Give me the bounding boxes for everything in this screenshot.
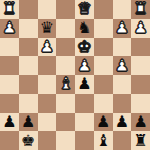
square-f3[interactable] <box>94 94 113 113</box>
square-a6[interactable] <box>0 38 19 57</box>
white-pawn: ♟ <box>77 58 91 74</box>
black-pawn: ♟ <box>96 114 110 130</box>
square-b4[interactable] <box>19 75 38 94</box>
square-b1[interactable]: ♚ <box>19 131 38 150</box>
square-g6[interactable] <box>113 38 132 57</box>
square-f7[interactable] <box>94 19 113 38</box>
square-d3[interactable] <box>56 94 75 113</box>
square-f8[interactable] <box>94 0 113 19</box>
square-f4[interactable] <box>94 75 113 94</box>
square-c3[interactable] <box>38 94 57 113</box>
square-g7[interactable]: ♟ <box>113 19 132 38</box>
square-c1[interactable] <box>38 131 57 150</box>
square-a8[interactable]: ♜ <box>0 0 19 19</box>
square-d1[interactable] <box>56 131 75 150</box>
square-b5[interactable] <box>19 56 38 75</box>
square-d8[interactable] <box>56 0 75 19</box>
black-pawn: ♟ <box>115 114 129 130</box>
black-pawn: ♟ <box>77 76 91 92</box>
square-e3[interactable] <box>75 94 94 113</box>
white-pawn: ♟ <box>115 58 129 74</box>
square-h8[interactable]: ♜ <box>131 0 150 19</box>
square-e8[interactable]: ♛ <box>75 0 94 19</box>
square-h7[interactable]: ♟ <box>131 19 150 38</box>
square-a1[interactable] <box>0 131 19 150</box>
square-a3[interactable] <box>0 94 19 113</box>
square-b3[interactable] <box>19 94 38 113</box>
black-pawn: ♟ <box>133 114 147 130</box>
white-bishop: ♝ <box>58 76 72 92</box>
white-rook: ♜ <box>2 1 16 17</box>
square-h2[interactable]: ♟ <box>131 113 150 132</box>
square-g8[interactable] <box>113 0 132 19</box>
square-c6[interactable]: ♟ <box>38 38 57 57</box>
square-h5[interactable] <box>131 56 150 75</box>
square-b7[interactable] <box>19 19 38 38</box>
black-rook: ♜ <box>133 133 147 149</box>
square-h6[interactable] <box>131 38 150 57</box>
white-pawn: ♟ <box>2 20 16 36</box>
square-c2[interactable] <box>38 113 57 132</box>
square-h4[interactable] <box>131 75 150 94</box>
white-rook: ♜ <box>133 1 147 17</box>
square-g4[interactable] <box>113 75 132 94</box>
square-a5[interactable] <box>0 56 19 75</box>
square-f1[interactable]: ♝ <box>94 131 113 150</box>
square-h1[interactable]: ♜ <box>131 131 150 150</box>
square-d2[interactable] <box>56 113 75 132</box>
square-d6[interactable] <box>56 38 75 57</box>
black-pawn: ♟ <box>21 114 35 130</box>
square-d5[interactable] <box>56 56 75 75</box>
black-bishop: ♝ <box>96 133 110 149</box>
square-e6[interactable]: ♚ <box>75 38 94 57</box>
square-a7[interactable]: ♟ <box>0 19 19 38</box>
square-f5[interactable] <box>94 56 113 75</box>
square-d7[interactable] <box>56 19 75 38</box>
chess-board: ♜♛♜♟♛♞♟♟♟♚♟♟♝♟♟♟♟♟♟♚♝♜ <box>0 0 150 150</box>
square-e4[interactable]: ♟ <box>75 75 94 94</box>
black-king: ♚ <box>21 133 35 149</box>
square-b2[interactable]: ♟ <box>19 113 38 132</box>
square-g2[interactable]: ♟ <box>113 113 132 132</box>
white-king: ♚ <box>77 39 91 55</box>
black-knight: ♞ <box>77 20 91 36</box>
square-g1[interactable] <box>113 131 132 150</box>
square-c5[interactable] <box>38 56 57 75</box>
black-queen: ♛ <box>40 20 54 36</box>
square-a4[interactable] <box>0 75 19 94</box>
white-queen: ♛ <box>77 1 91 17</box>
square-f2[interactable]: ♟ <box>94 113 113 132</box>
square-c4[interactable] <box>38 75 57 94</box>
square-a2[interactable]: ♟ <box>0 113 19 132</box>
square-h3[interactable] <box>131 94 150 113</box>
square-f6[interactable] <box>94 38 113 57</box>
square-c8[interactable] <box>38 0 57 19</box>
square-e7[interactable]: ♞ <box>75 19 94 38</box>
square-e2[interactable] <box>75 113 94 132</box>
square-b6[interactable] <box>19 38 38 57</box>
square-e1[interactable] <box>75 131 94 150</box>
square-d4[interactable]: ♝ <box>56 75 75 94</box>
black-pawn: ♟ <box>2 114 16 130</box>
square-g3[interactable] <box>113 94 132 113</box>
square-e5[interactable]: ♟ <box>75 56 94 75</box>
square-g5[interactable]: ♟ <box>113 56 132 75</box>
square-b8[interactable] <box>19 0 38 19</box>
square-c7[interactable]: ♛ <box>38 19 57 38</box>
white-pawn: ♟ <box>115 20 129 36</box>
white-pawn: ♟ <box>133 20 147 36</box>
white-pawn: ♟ <box>40 39 54 55</box>
